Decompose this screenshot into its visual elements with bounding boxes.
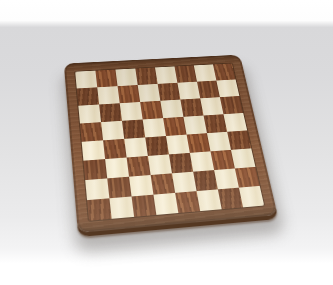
square-h2 bbox=[235, 167, 260, 188]
square-a7 bbox=[77, 87, 99, 105]
square-c2 bbox=[129, 175, 153, 196]
square-d7 bbox=[138, 84, 161, 102]
square-h5 bbox=[223, 113, 247, 132]
square-a6 bbox=[78, 104, 101, 123]
square-d5 bbox=[143, 118, 166, 137]
square-b1 bbox=[109, 196, 134, 218]
square-b4 bbox=[103, 139, 127, 159]
square-d8 bbox=[135, 67, 157, 85]
square-c3 bbox=[127, 156, 151, 177]
square-d1 bbox=[153, 193, 178, 215]
square-e1 bbox=[175, 191, 200, 213]
square-h6 bbox=[220, 96, 243, 114]
square-h7 bbox=[216, 79, 239, 97]
square-f2 bbox=[193, 170, 218, 191]
studio-background bbox=[0, 0, 333, 285]
square-b3 bbox=[105, 158, 129, 179]
square-a5 bbox=[80, 122, 103, 142]
square-c6 bbox=[120, 102, 143, 121]
board-squares-grid bbox=[75, 63, 264, 220]
square-c8 bbox=[115, 69, 137, 87]
square-b6 bbox=[99, 103, 122, 122]
square-h4 bbox=[227, 130, 251, 149]
square-f6 bbox=[180, 98, 203, 116]
square-a2 bbox=[85, 178, 109, 200]
square-h1 bbox=[239, 186, 264, 207]
square-b8 bbox=[95, 70, 117, 88]
square-a3 bbox=[83, 159, 107, 180]
board-frame bbox=[64, 55, 278, 233]
square-a1 bbox=[87, 198, 112, 221]
square-e3 bbox=[169, 153, 193, 173]
square-b7 bbox=[97, 86, 119, 104]
square-g1 bbox=[218, 188, 243, 210]
square-g5 bbox=[204, 114, 228, 133]
square-h8 bbox=[213, 63, 236, 80]
square-c5 bbox=[122, 119, 145, 138]
square-c1 bbox=[132, 195, 157, 217]
square-d4 bbox=[145, 136, 169, 156]
square-c4 bbox=[124, 137, 148, 157]
square-d2 bbox=[151, 173, 176, 194]
square-e7 bbox=[158, 83, 181, 101]
square-b5 bbox=[101, 121, 124, 141]
square-d6 bbox=[140, 101, 163, 120]
square-a4 bbox=[82, 140, 105, 160]
chess-board bbox=[64, 55, 278, 233]
square-b2 bbox=[107, 177, 131, 199]
square-d3 bbox=[148, 154, 172, 175]
square-c7 bbox=[118, 85, 141, 103]
square-a8 bbox=[75, 71, 97, 89]
square-h3 bbox=[231, 148, 255, 168]
